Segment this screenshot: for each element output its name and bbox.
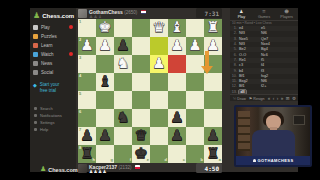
news-icon	[33, 61, 38, 66]
black-king-e8[interactable]: ♚	[132, 145, 150, 163]
white-knight-f3[interactable]: ♞	[114, 55, 132, 73]
bottom-player-avatar[interactable]	[78, 164, 87, 173]
white-move[interactable]: Bf1	[239, 84, 261, 89]
square-h8[interactable]: 8h♜	[78, 145, 96, 163]
white-pawn-d3[interactable]: ♟	[150, 55, 168, 73]
black-move[interactable]: Nc6	[261, 53, 283, 58]
square-a4[interactable]	[204, 73, 222, 91]
move-number: 9.	[230, 69, 239, 74]
move-number: 11.	[230, 79, 239, 84]
square-c2[interactable]: ♟	[168, 37, 186, 55]
tab-label: Players	[280, 15, 293, 19]
background-picture	[293, 115, 305, 125]
file-label-f: f	[130, 158, 131, 162]
square-d7[interactable]	[150, 127, 168, 145]
white-move[interactable]: Bf1	[239, 74, 261, 79]
watermark-text: Chess.com	[48, 167, 77, 173]
square-e1[interactable]	[132, 19, 150, 37]
white-move[interactable]: Nf3	[239, 42, 261, 47]
streamer-shirt	[252, 130, 295, 156]
top-player-captured-pieces: ♟♟♝	[89, 14, 103, 19]
sidebar: ♟ Chess.com PlayPuzzlesLearnWatchNewsSoc…	[30, 8, 76, 172]
square-c7[interactable]: ♟	[168, 127, 186, 145]
sidebar-item-label: Learn	[41, 43, 53, 48]
square-f6[interactable]: ♞	[114, 109, 132, 127]
square-e5[interactable]	[132, 91, 150, 109]
square-f5[interactable]	[114, 91, 132, 109]
white-pawn-g2[interactable]: ♟	[96, 37, 114, 55]
chess-board[interactable]: 1♚♛♝♜2♟♟♟♟♟♟3♞♟4♝56♞♟7♟♟♛♟♟8h♜gfe♚dcba♜	[78, 19, 222, 163]
notification-badge	[69, 52, 73, 56]
move-number: 6.	[230, 53, 239, 58]
flag-icon: ⚑	[249, 96, 253, 101]
square-d4[interactable]	[150, 73, 168, 91]
sidebar-item-play[interactable]: Play	[33, 23, 73, 31]
back-icon[interactable]: ‹	[273, 96, 275, 101]
logo-pawn-icon: ♟	[33, 12, 40, 20]
top-player-avatar[interactable]	[78, 9, 87, 18]
stream-watermark: ♟ Chess.com	[40, 166, 78, 173]
top-player-flag-icon	[141, 10, 146, 14]
sidebar-item-label: Puzzles	[41, 34, 57, 39]
webcam-video	[236, 107, 310, 156]
square-h3[interactable]: 3	[78, 55, 96, 73]
black-move[interactable]: f3	[261, 69, 283, 74]
square-e3[interactable]	[132, 55, 150, 73]
chesscom-logo[interactable]: ♟ Chess.com	[33, 10, 74, 21]
forward-icon[interactable]: ›	[277, 96, 279, 101]
square-h1[interactable]: 1	[78, 19, 96, 37]
players-tab-icon: ☻	[284, 10, 289, 15]
square-g6[interactable]	[96, 109, 114, 127]
move-number: 3.	[230, 37, 239, 42]
square-h7[interactable]: 7♟	[78, 127, 96, 145]
panel-controls: ½ Draw ⚑ Resign «‹›»⊞⚙	[230, 94, 298, 102]
move-list[interactable]: 1.e4e52.Nf3Nf63.Nxe5Qe74.Nf3Nxe45.Be2Bg4…	[230, 26, 298, 95]
move-number: 5.	[230, 47, 239, 52]
black-move[interactable]: f2+	[261, 84, 283, 89]
square-f8[interactable]: f	[114, 145, 132, 163]
square-g7[interactable]: ♟	[96, 127, 114, 145]
square-b2[interactable]: ♟	[186, 37, 204, 55]
sidebar-item-label: News	[41, 61, 52, 66]
tab-play[interactable]: ♟Play	[230, 8, 253, 20]
sidebar-item-label: Play	[41, 25, 50, 30]
tab-label: Games	[258, 15, 270, 19]
top-player-clock: 7:31	[196, 8, 222, 18]
square-f1[interactable]	[114, 19, 132, 37]
square-g8[interactable]: g	[96, 145, 114, 163]
play-tab-icon: ♟	[239, 10, 243, 15]
webcam-overlay: GOTHAMCHESS	[234, 105, 312, 167]
top-player-rating: (2650)	[124, 10, 137, 15]
black-pawn-g7[interactable]: ♟	[96, 127, 114, 145]
tab-games[interactable]: ≡Games	[253, 8, 276, 20]
sidebar-item-social[interactable]: Social	[33, 68, 73, 76]
sidebar-item-label: Social	[41, 70, 53, 75]
black-rook-a8[interactable]: ♜	[204, 145, 222, 163]
games-tab-icon: ≡	[262, 10, 266, 15]
square-d8[interactable]: d	[150, 145, 168, 163]
notifications-icon	[34, 114, 37, 117]
square-e7[interactable]: ♛	[132, 127, 150, 145]
white-move[interactable]: Nxe5	[239, 37, 261, 42]
square-g1[interactable]: ♚	[96, 19, 114, 37]
file-label-d: d	[165, 158, 167, 162]
white-king-g1[interactable]: ♚	[96, 19, 114, 37]
trial-label: Start your free trial	[40, 82, 60, 93]
move-number: 4.	[230, 42, 239, 47]
white-move[interactable]: c3	[239, 63, 261, 68]
footer-item-label: Help	[40, 127, 48, 132]
move-number: 8.	[230, 63, 239, 68]
white-rook-a1[interactable]: ♜	[204, 19, 222, 37]
puzzles-icon	[33, 34, 38, 39]
move-number: 10.	[230, 74, 239, 79]
file-label-g: g	[111, 158, 113, 162]
rank-label-6: 6	[79, 110, 81, 114]
square-h4[interactable]: 4	[78, 73, 96, 91]
draw-button[interactable]: ½ Draw	[233, 96, 246, 101]
jump-end-icon[interactable]: »	[281, 96, 284, 101]
sidebar-item-label: Watch	[41, 52, 54, 57]
square-b6[interactable]	[186, 109, 204, 127]
black-pawn-f2[interactable]: ♟	[114, 37, 132, 55]
black-move[interactable]: Qe7	[261, 37, 283, 42]
black-knight-f6[interactable]: ♞	[114, 109, 132, 127]
watermark-pawn-icon: ♟	[40, 166, 46, 173]
black-move[interactable]: Bg4	[261, 47, 283, 52]
game-info-line: 10 min • Rated • Live Chess	[232, 21, 296, 25]
square-g3[interactable]	[96, 55, 114, 73]
watch-icon	[33, 52, 38, 57]
move-number: 2.	[230, 31, 239, 36]
footer-item-label: Settings	[40, 120, 54, 125]
black-pawn-c6[interactable]: ♟	[168, 109, 186, 127]
white-move[interactable]: O-O	[239, 53, 261, 58]
square-a8[interactable]: a♜	[204, 145, 222, 163]
search-icon	[34, 107, 37, 110]
square-c8[interactable]: c	[168, 145, 186, 163]
black-bishop-g4[interactable]: ♝	[96, 73, 114, 91]
white-move[interactable]: Bxg2	[239, 79, 261, 84]
panel-tabs: ♟Play≡Games☻Players	[230, 8, 298, 21]
file-label-b: b	[201, 158, 203, 162]
rank-label-4: 4	[79, 74, 81, 78]
tab-players[interactable]: ☻Players	[275, 8, 298, 20]
footer-item-label: Search	[40, 106, 53, 111]
square-b7[interactable]	[186, 127, 204, 145]
square-f2[interactable]: ♟	[114, 37, 132, 55]
move-arrow	[205, 51, 209, 67]
resign-button[interactable]: ⚑ Resign	[249, 96, 265, 101]
square-b5[interactable]	[186, 91, 204, 109]
square-a6[interactable]	[204, 109, 222, 127]
square-c6[interactable]: ♟	[168, 109, 186, 127]
square-g4[interactable]: ♝	[96, 73, 114, 91]
white-queen-d1[interactable]: ♛	[150, 19, 168, 37]
game-panel: ♟Play≡Games☻Players 10 min • Rated • Liv…	[230, 8, 298, 101]
layout-icon[interactable]: ⊞	[286, 96, 290, 101]
square-g5[interactable]	[96, 91, 114, 109]
white-move[interactable]: b4	[239, 69, 261, 74]
file-label-c: c	[183, 158, 185, 162]
square-e4[interactable]	[132, 73, 150, 91]
footer-item-label: Notifications	[40, 113, 62, 118]
square-a7[interactable]: ♟	[204, 127, 222, 145]
white-move[interactable]: e4	[239, 26, 261, 31]
square-b8[interactable]: b	[186, 145, 204, 163]
tab-label: Play	[238, 15, 245, 19]
square-e6[interactable]	[132, 109, 150, 127]
rank-label-1: 1	[79, 20, 81, 24]
sidebar-item-puzzles[interactable]: Puzzles	[33, 32, 73, 40]
black-rook-h8[interactable]: ♜	[78, 145, 96, 163]
square-g2[interactable]: ♟	[96, 37, 114, 55]
square-c1[interactable]: ♝	[168, 19, 186, 37]
white-pawn-h2[interactable]: ♟	[78, 37, 96, 55]
bell-icon	[253, 159, 256, 162]
white-bishop-c1[interactable]: ♝	[168, 19, 186, 37]
square-a5[interactable]	[204, 91, 222, 109]
square-f4[interactable]	[114, 73, 132, 91]
logo-text: Chess.com	[42, 13, 74, 19]
gem-icon: ◆	[33, 82, 37, 88]
square-b1[interactable]	[186, 19, 204, 37]
black-move[interactable]: f4	[261, 63, 283, 68]
white-move[interactable]: Nf3	[239, 31, 261, 36]
learn-icon	[33, 43, 38, 48]
sidebar-free-trial[interactable]: ◆ Start your free trial	[33, 82, 73, 93]
black-move[interactable]: Nf6	[261, 79, 283, 84]
bottom-player-clock: 4:50	[196, 163, 222, 173]
half-point-icon: ½	[233, 96, 236, 101]
black-move[interactable]: f5	[261, 58, 283, 63]
square-d2[interactable]	[150, 37, 168, 55]
sidebar-item-news[interactable]: News	[33, 59, 73, 67]
move-number: 12.	[230, 84, 239, 89]
black-pawn-h7[interactable]: ♟	[78, 127, 96, 145]
bottom-player-flag-icon	[135, 165, 140, 169]
square-c4[interactable]	[168, 73, 186, 91]
webcam-banner: GOTHAMCHESS	[236, 156, 310, 165]
move-number: 7.	[230, 58, 239, 63]
sidebar-footer-notifications[interactable]: Notifications	[34, 112, 72, 118]
black-move[interactable]: Nf6	[261, 31, 283, 36]
square-c3[interactable]	[168, 55, 186, 73]
bottom-player-rating: (2132)	[118, 165, 131, 170]
rank-label-3: 3	[79, 56, 81, 60]
square-f7[interactable]	[114, 127, 132, 145]
white-pawn-b2[interactable]: ♟	[186, 37, 204, 55]
jump-start-icon[interactable]: «	[268, 96, 271, 101]
bottom-player-captured-pieces: ♟♟♟♟	[89, 169, 107, 174]
white-move[interactable]: Re1	[239, 58, 261, 63]
white-pawn-c2[interactable]: ♟	[168, 37, 186, 55]
square-d3[interactable]: ♟	[150, 55, 168, 73]
black-queen-e7[interactable]: ♛	[132, 127, 150, 145]
black-move[interactable]: e5	[261, 26, 283, 31]
sidebar-footer-help[interactable]: Help	[34, 126, 72, 132]
square-h2[interactable]: 2♟	[78, 37, 96, 55]
move-arrow-head	[201, 66, 213, 74]
settings-gear-icon[interactable]: ⚙	[292, 96, 296, 101]
sidebar-footer-settings[interactable]: Settings	[34, 119, 72, 125]
square-d1[interactable]: ♛	[150, 19, 168, 37]
social-icon	[33, 70, 38, 75]
move-number: 1.	[230, 26, 239, 31]
square-d5[interactable]	[150, 91, 168, 109]
black-pawn-a7[interactable]: ♟	[204, 127, 222, 145]
help-icon	[34, 128, 37, 131]
black-move[interactable]: Nxe4	[261, 42, 283, 47]
notification-badge	[69, 25, 73, 29]
sidebar-footer-search[interactable]: Search	[34, 105, 72, 111]
square-d6[interactable]	[150, 109, 168, 127]
square-a1[interactable]: ♜	[204, 19, 222, 37]
sidebar-item-learn[interactable]: Learn	[33, 41, 73, 49]
square-e2[interactable]	[132, 37, 150, 55]
move-nav-icons: «‹›»⊞⚙	[268, 96, 296, 101]
background-shelf	[238, 111, 250, 151]
square-b4[interactable]	[186, 73, 204, 91]
square-e8[interactable]: e♚	[132, 145, 150, 163]
square-h5[interactable]: 5	[78, 91, 96, 109]
white-move[interactable]: Be2	[239, 47, 261, 52]
play-icon	[33, 25, 38, 30]
rank-label-5: 5	[79, 92, 81, 96]
black-pawn-c7[interactable]: ♟	[168, 127, 186, 145]
sidebar-item-watch[interactable]: Watch	[33, 50, 73, 58]
square-c5[interactable]	[168, 91, 186, 109]
square-h6[interactable]: 6	[78, 109, 96, 127]
square-f3[interactable]: ♞	[114, 55, 132, 73]
webcam-banner-text: GOTHAMCHESS	[258, 158, 294, 163]
settings-icon	[34, 121, 37, 124]
black-move[interactable]: fxg2	[261, 74, 283, 79]
